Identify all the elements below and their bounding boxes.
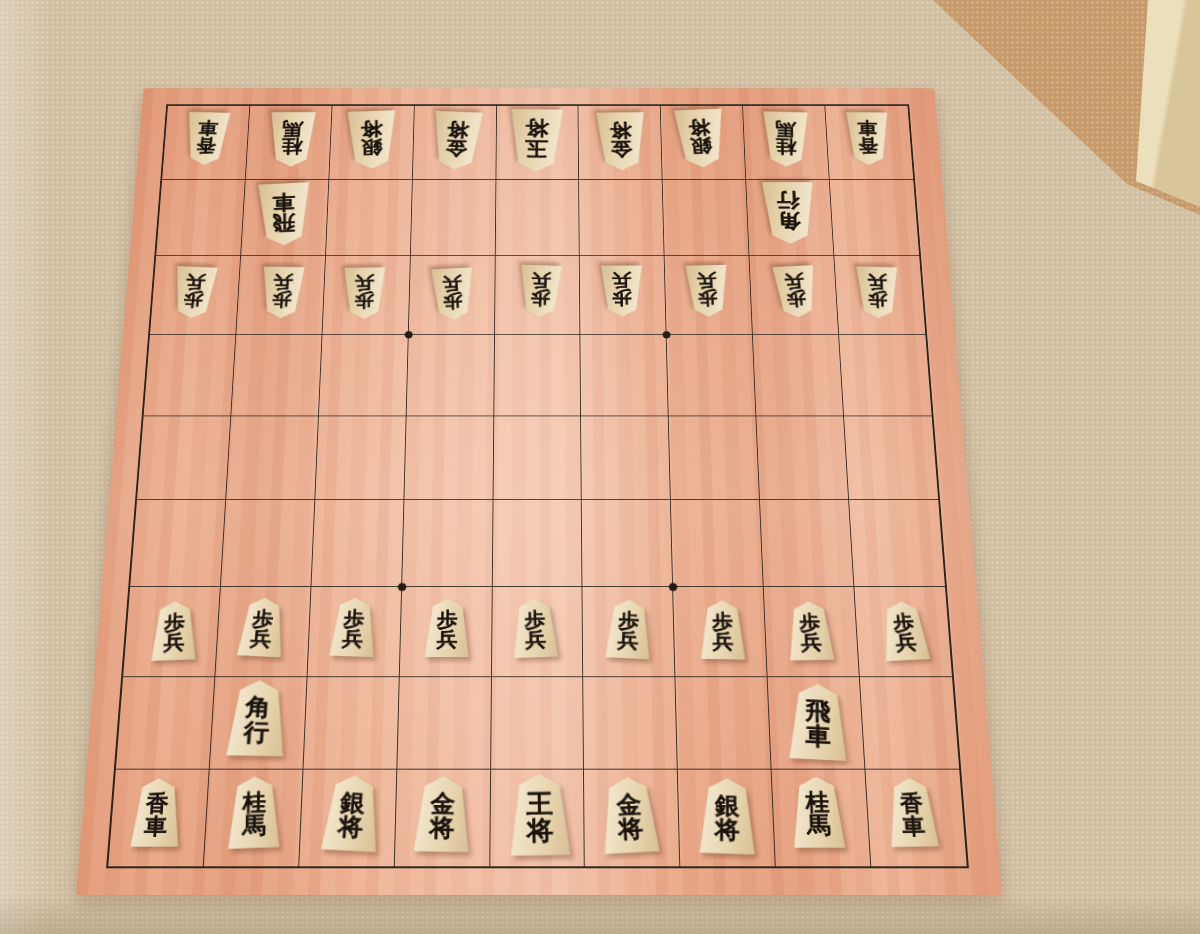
piece-kanji: 将 [524, 118, 548, 139]
piece-pawn-gote[interactable]: 歩兵 [855, 266, 900, 319]
piece-face: 金将 [429, 110, 484, 170]
piece-face: 歩兵 [855, 266, 900, 319]
board-paper: 香車桂馬銀将金将玉将金将銀将桂馬香車飛車角行歩兵歩兵歩兵歩兵歩兵歩兵歩兵歩兵歩兵… [76, 88, 1002, 895]
piece-kanji: 車 [144, 814, 168, 837]
piece-kanji: 車 [901, 814, 926, 837]
piece-kanji: 車 [272, 192, 295, 213]
piece-face: 歩兵 [604, 598, 653, 659]
board-cell[interactable] [581, 416, 671, 500]
piece-pawn-gote[interactable]: 歩兵 [600, 265, 645, 316]
piece-gold-sente[interactable]: 金将 [411, 776, 472, 852]
piece-pawn-sente[interactable]: 歩兵 [604, 598, 653, 659]
piece-face: 歩兵 [771, 265, 820, 318]
board-grid: 香車桂馬銀将金将玉将金将銀将桂馬香車飛車角行歩兵歩兵歩兵歩兵歩兵歩兵歩兵歩兵歩兵… [106, 104, 969, 868]
piece-pawn-sente[interactable]: 歩兵 [328, 597, 379, 657]
piece-gold-sente[interactable]: 金将 [599, 776, 662, 854]
piece-face: 歩兵 [169, 266, 219, 319]
piece-face: 歩兵 [785, 601, 836, 660]
piece-rook-gote[interactable]: 飛車 [256, 183, 311, 247]
board-cell[interactable] [493, 416, 582, 500]
piece-kanji: 王 [526, 790, 553, 817]
piece-pawn-gote[interactable]: 歩兵 [429, 268, 475, 321]
star-point [669, 583, 678, 591]
piece-kanji: 馬 [775, 119, 796, 138]
piece-kanji: 将 [429, 816, 455, 841]
piece-face: 銀将 [698, 777, 757, 854]
piece-face: 角行 [224, 679, 289, 755]
board-cell[interactable] [231, 335, 322, 416]
piece-bishop-sente[interactable]: 角行 [224, 679, 289, 755]
board-cell[interactable] [406, 335, 494, 416]
piece-kanji: 兵 [612, 272, 632, 290]
piece-kanji: 兵 [273, 273, 294, 291]
piece-kanji: 将 [618, 817, 644, 843]
piece-kanji: 車 [805, 723, 830, 749]
piece-kanji: 馬 [242, 814, 266, 839]
piece-kanji: 兵 [185, 273, 207, 292]
board-cell[interactable] [303, 677, 399, 770]
piece-kanji: 行 [776, 191, 800, 211]
piece-face: 香車 [884, 778, 940, 847]
piece-kanji: 飛 [272, 212, 295, 233]
board-cell[interactable] [581, 335, 669, 416]
board-cell[interactable] [669, 416, 760, 500]
piece-kanji: 金 [610, 139, 632, 158]
piece-kanji: 行 [243, 719, 270, 744]
piece-face: 銀将 [319, 774, 384, 852]
piece-face: 歩兵 [878, 600, 932, 661]
board-cell[interactable] [315, 416, 406, 500]
piece-kanji: 歩 [354, 292, 374, 310]
piece-kanji: 歩 [271, 291, 292, 309]
board-cell[interactable] [402, 500, 493, 587]
piece-silver-gote[interactable]: 銀将 [346, 110, 397, 169]
piece-pawn-gote[interactable]: 歩兵 [517, 265, 563, 318]
board-cell[interactable] [495, 180, 580, 256]
board-cell[interactable] [221, 500, 315, 587]
piece-face: 玉将 [508, 109, 565, 172]
shogi-board: 香車桂馬銀将金将玉将金将銀将桂馬香車飛車角行歩兵歩兵歩兵歩兵歩兵歩兵歩兵歩兵歩兵… [76, 88, 1002, 895]
piece-face: 銀将 [346, 110, 397, 169]
piece-kanji: 兵 [249, 628, 272, 649]
piece-kanji: 兵 [524, 629, 546, 650]
board-cell[interactable] [849, 500, 945, 587]
piece-lance-gote[interactable]: 香車 [845, 112, 892, 165]
piece-kanji: 兵 [163, 632, 185, 653]
piece-knight-gote[interactable]: 桂馬 [267, 112, 317, 167]
board-cell[interactable] [663, 180, 750, 256]
piece-face: 王将 [507, 774, 572, 856]
piece-kanji: 将 [688, 117, 711, 137]
piece-face: 桂馬 [226, 776, 281, 849]
piece-kanji: 銀 [715, 793, 740, 818]
piece-kanji: 歩 [712, 611, 733, 631]
piece-kanji: 歩 [437, 609, 458, 629]
piece-face: 歩兵 [328, 597, 379, 657]
piece-face: 香車 [182, 112, 232, 166]
piece-pawn-gote[interactable]: 歩兵 [771, 265, 820, 318]
board-cell[interactable] [410, 180, 495, 256]
piece-knight-sente[interactable]: 桂馬 [789, 777, 847, 848]
piece-face: 角行 [760, 182, 818, 244]
piece-kanji: 桂 [281, 137, 303, 155]
piece-pawn-sente[interactable]: 歩兵 [423, 599, 471, 658]
board-cell[interactable] [860, 677, 959, 770]
piece-bishop-gote[interactable]: 角行 [760, 182, 818, 244]
piece-face: 桂馬 [267, 112, 317, 167]
piece-kanji: 馬 [282, 119, 304, 137]
piece-face: 銀将 [673, 108, 729, 168]
piece-pawn-sente[interactable]: 歩兵 [785, 601, 836, 660]
piece-kanji: 兵 [354, 274, 374, 292]
piece-kanji: 兵 [341, 628, 363, 649]
board-cell[interactable] [116, 677, 215, 770]
piece-silver-gote[interactable]: 銀将 [673, 108, 729, 168]
board-cell[interactable] [839, 335, 931, 416]
piece-pawn-sente[interactable]: 歩兵 [699, 600, 747, 659]
piece-pawn-gote[interactable]: 歩兵 [259, 267, 306, 319]
piece-face: 香車 [845, 112, 892, 165]
piece-silver-sente[interactable]: 銀将 [698, 777, 757, 854]
piece-knight-gote[interactable]: 桂馬 [762, 111, 810, 167]
piece-kanji: 銀 [690, 136, 713, 156]
piece-king-sente[interactable]: 王将 [507, 774, 572, 856]
board-cell[interactable] [319, 335, 409, 416]
piece-face: 歩兵 [510, 598, 559, 658]
board-cell[interactable] [491, 677, 585, 770]
piece-face: 金将 [411, 776, 472, 852]
piece-lance-gote[interactable]: 香車 [182, 112, 232, 166]
piece-pawn-sente[interactable]: 歩兵 [235, 597, 288, 658]
piece-face: 飛車 [256, 183, 311, 247]
board-cell[interactable] [130, 500, 226, 587]
board-cell[interactable] [676, 677, 772, 770]
piece-face: 歩兵 [259, 267, 306, 319]
piece-kanji: 車 [857, 119, 878, 137]
board-cell[interactable] [311, 500, 404, 587]
piece-pawn-sente[interactable]: 歩兵 [150, 601, 199, 661]
piece-kanji: 歩 [868, 291, 888, 309]
piece-pawn-gote[interactable]: 歩兵 [684, 265, 730, 317]
board-cell[interactable] [830, 180, 919, 256]
piece-face: 歩兵 [150, 601, 199, 661]
piece-kanji: 歩 [786, 290, 808, 309]
piece-kanji: 歩 [799, 612, 821, 633]
piece-pawn-gote[interactable]: 歩兵 [342, 267, 386, 319]
piece-face: 桂馬 [762, 111, 810, 167]
piece-king-gote[interactable]: 玉将 [508, 109, 565, 172]
piece-kanji: 香 [899, 792, 924, 815]
board-cell[interactable] [397, 677, 492, 770]
piece-kanji: 銀 [361, 137, 383, 157]
piece-kanji: 兵 [617, 630, 639, 651]
piece-kanji: 飛 [805, 698, 830, 724]
piece-face: 金将 [599, 776, 662, 854]
star-point [663, 331, 671, 338]
piece-kanji: 将 [526, 817, 553, 844]
piece-gold-gote[interactable]: 金将 [595, 112, 648, 171]
piece-kanji: 兵 [713, 631, 734, 652]
board-cell[interactable] [404, 416, 494, 500]
piece-face: 香車 [129, 778, 184, 847]
board-cell[interactable] [226, 416, 319, 500]
piece-lance-sente[interactable]: 香車 [129, 778, 184, 847]
board-cell[interactable] [137, 416, 231, 500]
board-cell[interactable] [144, 335, 237, 416]
board-cell[interactable] [326, 180, 413, 256]
piece-kanji: 馬 [806, 814, 831, 838]
piece-kanji: 兵 [697, 272, 717, 290]
piece-kanji: 将 [337, 815, 364, 841]
piece-face: 歩兵 [699, 600, 747, 659]
piece-kanji: 兵 [784, 272, 805, 291]
board-cell[interactable] [492, 500, 583, 587]
piece-kanji: 兵 [442, 274, 462, 293]
piece-kanji: 金 [430, 791, 455, 816]
board-cell[interactable] [757, 416, 850, 500]
piece-kanji: 香 [858, 137, 879, 155]
piece-rook-sente[interactable]: 飛車 [788, 682, 849, 760]
piece-knight-sente[interactable]: 桂馬 [226, 776, 281, 849]
board-cell[interactable] [844, 416, 938, 500]
piece-face: 桂馬 [789, 777, 847, 848]
piece-kanji: 将 [715, 818, 740, 844]
piece-kanji: 歩 [442, 292, 462, 311]
board-cell[interactable] [671, 500, 764, 587]
piece-kanji: 車 [197, 119, 219, 137]
board-cell[interactable] [584, 677, 679, 770]
piece-kanji: 金 [445, 138, 468, 158]
piece-face: 歩兵 [235, 597, 288, 658]
piece-kanji: 歩 [612, 289, 632, 307]
piece-kanji: 将 [446, 119, 469, 139]
piece-face: 飛車 [788, 682, 849, 760]
piece-kanji: 兵 [436, 629, 457, 649]
board-cell[interactable] [667, 335, 757, 416]
piece-kanji: 歩 [698, 289, 719, 307]
piece-kanji: 将 [610, 120, 632, 139]
piece-kanji: 兵 [894, 632, 917, 653]
piece-silver-sente[interactable]: 銀将 [319, 774, 384, 852]
photo-scene: 香車桂馬銀将金将玉将金将銀将桂馬香車飛車角行歩兵歩兵歩兵歩兵歩兵歩兵歩兵歩兵歩兵… [0, 0, 1200, 934]
piece-face: 歩兵 [429, 268, 475, 321]
piece-kanji: 兵 [867, 273, 887, 291]
piece-kanji: 兵 [531, 271, 551, 289]
piece-kanji: 歩 [182, 290, 204, 309]
board-cell[interactable] [156, 180, 245, 256]
piece-pawn-gote[interactable]: 歩兵 [169, 266, 219, 319]
piece-kanji: 角 [244, 695, 271, 720]
board-cell[interactable] [760, 500, 854, 587]
piece-kanji: 角 [777, 211, 801, 231]
piece-face: 金将 [595, 112, 648, 171]
piece-face: 歩兵 [517, 265, 563, 318]
piece-kanji: 兵 [800, 632, 822, 653]
piece-kanji: 歩 [530, 289, 550, 307]
piece-face: 歩兵 [423, 599, 471, 658]
piece-face: 歩兵 [600, 265, 645, 316]
piece-pawn-sente[interactable]: 歩兵 [510, 598, 559, 658]
piece-kanji: 玉 [524, 138, 548, 159]
piece-kanji: 香 [195, 137, 217, 155]
piece-face: 歩兵 [684, 265, 730, 317]
piece-lance-sente[interactable]: 香車 [884, 778, 940, 847]
board-cell[interactable] [582, 500, 673, 587]
piece-kanji: 香 [145, 792, 169, 815]
board-cell[interactable] [494, 335, 582, 416]
piece-kanji: 将 [360, 119, 382, 138]
board-cell[interactable] [753, 335, 844, 416]
piece-gold-gote[interactable]: 金将 [429, 110, 484, 170]
board-cell[interactable] [579, 180, 664, 256]
piece-face: 歩兵 [342, 267, 386, 319]
piece-pawn-sente[interactable]: 歩兵 [878, 600, 932, 661]
